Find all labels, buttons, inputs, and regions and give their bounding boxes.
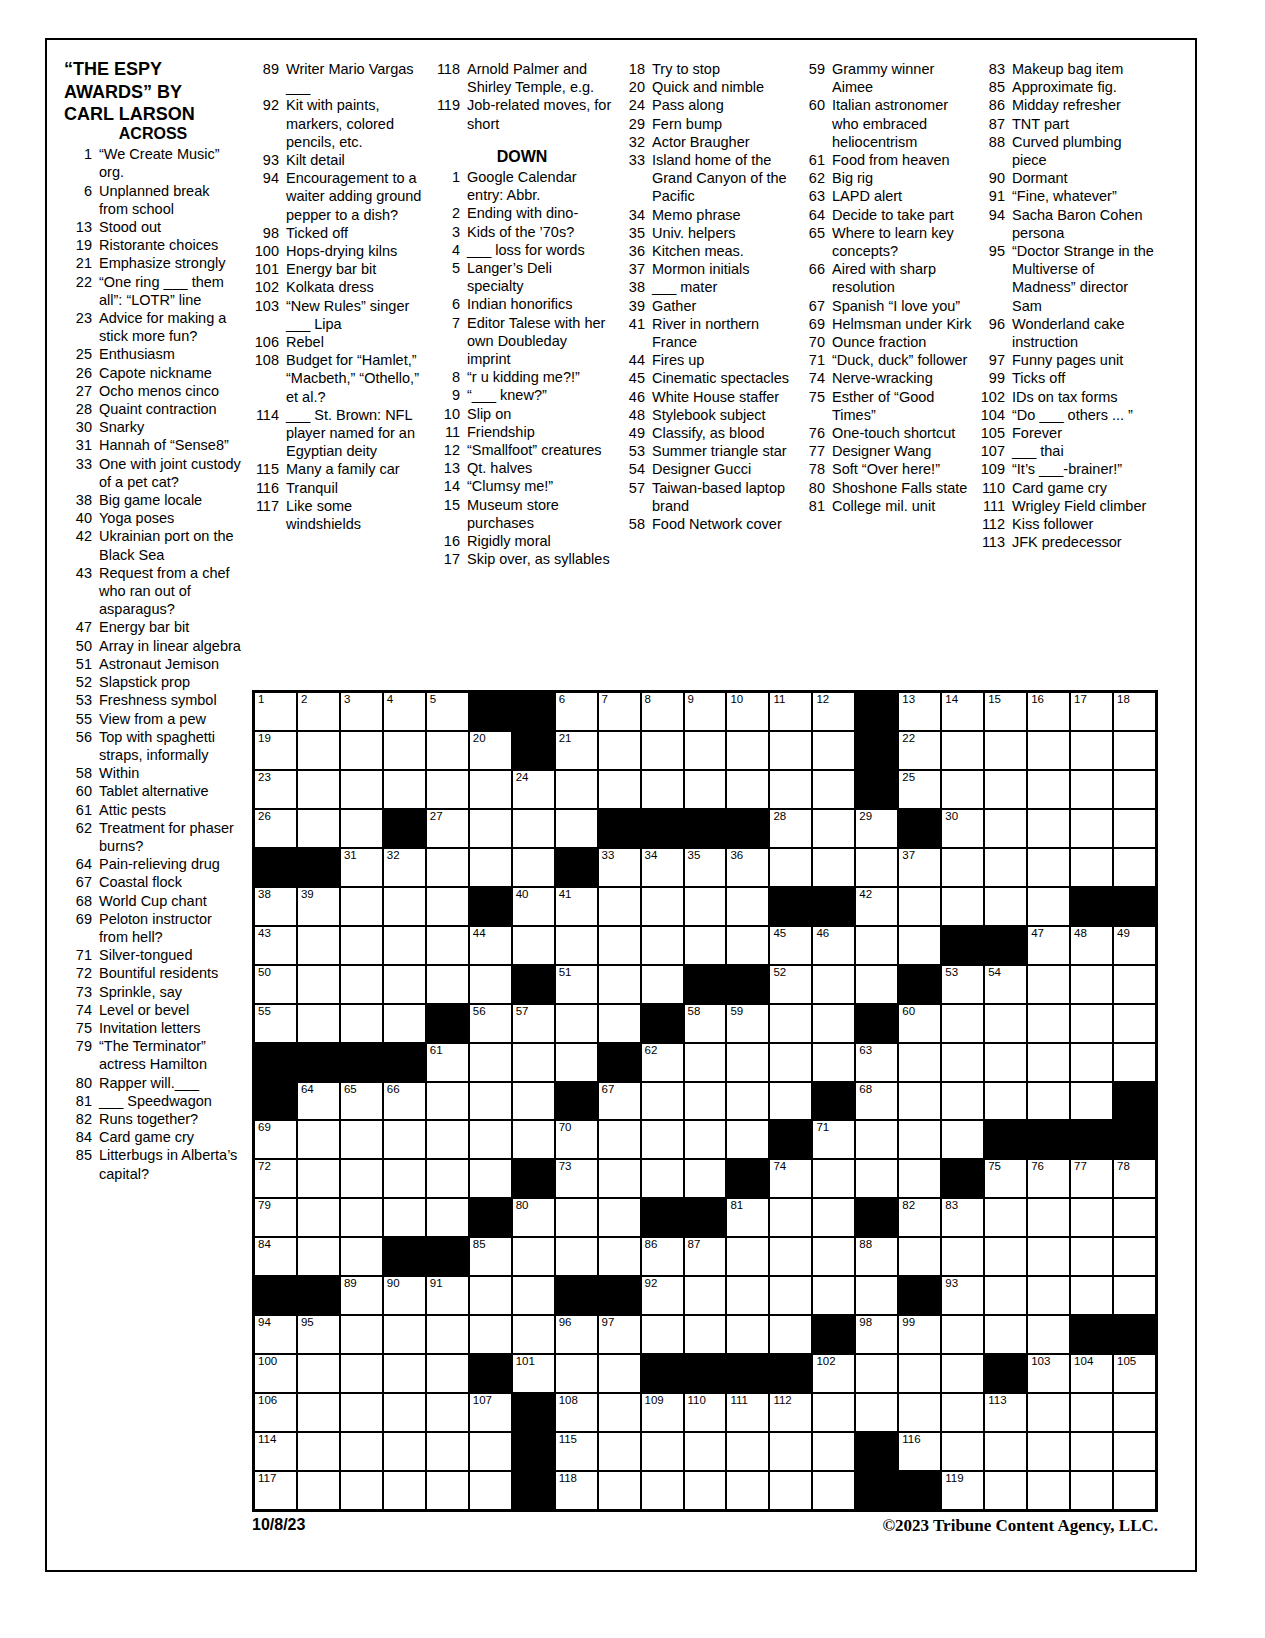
grid-cell[interactable] (813, 1394, 854, 1431)
grid-cell[interactable] (985, 849, 1026, 886)
grid-cell[interactable] (298, 1199, 339, 1236)
grid-cell[interactable]: 115 (556, 1433, 597, 1470)
grid-cell[interactable] (384, 1394, 425, 1431)
grid-cell[interactable] (642, 1160, 683, 1197)
grid-cell[interactable] (341, 771, 382, 808)
grid-cell[interactable] (1071, 1005, 1112, 1042)
grid-cell[interactable]: 84 (255, 1238, 296, 1275)
grid-cell[interactable]: 65 (341, 1083, 382, 1120)
grid-cell[interactable]: 35 (685, 849, 726, 886)
grid-cell[interactable] (727, 1316, 768, 1353)
grid-cell[interactable] (685, 1433, 726, 1470)
grid-cell[interactable] (298, 732, 339, 769)
grid-cell[interactable] (1114, 810, 1155, 847)
grid-cell[interactable] (770, 1277, 811, 1314)
grid-cell[interactable] (427, 1433, 468, 1470)
grid-cell[interactable] (1028, 966, 1069, 1003)
grid-cell[interactable]: 44 (470, 927, 511, 964)
grid-cell[interactable]: 42 (856, 888, 897, 925)
grid-cell[interactable] (942, 771, 983, 808)
grid-cell[interactable] (813, 810, 854, 847)
grid-cell[interactable] (1071, 1277, 1112, 1314)
grid-cell[interactable] (727, 1121, 768, 1158)
grid-cell[interactable] (1028, 1472, 1069, 1509)
grid-cell[interactable]: 33 (599, 849, 640, 886)
grid-cell[interactable] (642, 1121, 683, 1158)
grid-cell[interactable]: 13 (899, 693, 940, 730)
grid-cell[interactable] (899, 1083, 940, 1120)
grid-cell[interactable]: 5 (427, 693, 468, 730)
grid-cell[interactable]: 71 (813, 1121, 854, 1158)
grid-cell[interactable]: 12 (813, 693, 854, 730)
grid-cell[interactable]: 60 (899, 1005, 940, 1042)
grid-cell[interactable]: 21 (556, 732, 597, 769)
grid-cell[interactable] (1071, 1472, 1112, 1509)
grid-cell[interactable] (298, 1433, 339, 1470)
grid-cell[interactable] (727, 732, 768, 769)
grid-cell[interactable] (985, 1044, 1026, 1081)
grid-cell[interactable] (685, 1316, 726, 1353)
grid-cell[interactable] (470, 1083, 511, 1120)
grid-cell[interactable] (384, 1433, 425, 1470)
grid-cell[interactable]: 38 (255, 888, 296, 925)
grid-cell[interactable] (1071, 1238, 1112, 1275)
grid-cell[interactable] (384, 1121, 425, 1158)
grid-cell[interactable] (599, 1238, 640, 1275)
grid-cell[interactable] (298, 1238, 339, 1275)
grid-cell[interactable] (727, 888, 768, 925)
grid-cell[interactable] (1114, 1394, 1155, 1431)
grid-cell[interactable]: 101 (513, 1355, 554, 1392)
grid-cell[interactable] (813, 849, 854, 886)
grid-cell[interactable] (1028, 849, 1069, 886)
grid-cell[interactable] (685, 1472, 726, 1509)
grid-cell[interactable] (341, 732, 382, 769)
grid-cell[interactable] (556, 927, 597, 964)
grid-cell[interactable] (298, 1394, 339, 1431)
grid-cell[interactable] (685, 1044, 726, 1081)
grid-cell[interactable]: 30 (942, 810, 983, 847)
grid-cell[interactable] (599, 966, 640, 1003)
grid-cell[interactable]: 15 (985, 693, 1026, 730)
grid-cell[interactable] (942, 1005, 983, 1042)
grid-cell[interactable]: 119 (942, 1472, 983, 1509)
grid-cell[interactable]: 23 (255, 771, 296, 808)
grid-cell[interactable]: 75 (985, 1160, 1026, 1197)
grid-cell[interactable] (1071, 1044, 1112, 1081)
grid-cell[interactable]: 68 (856, 1083, 897, 1120)
grid-cell[interactable] (341, 1199, 382, 1236)
grid-cell[interactable] (427, 1472, 468, 1509)
grid-cell[interactable] (899, 1121, 940, 1158)
grid-cell[interactable] (727, 1083, 768, 1120)
grid-cell[interactable] (427, 888, 468, 925)
grid-cell[interactable] (599, 771, 640, 808)
grid-cell[interactable]: 111 (727, 1394, 768, 1431)
grid-cell[interactable]: 105 (1114, 1355, 1155, 1392)
grid-cell[interactable] (556, 1005, 597, 1042)
grid-cell[interactable]: 32 (384, 849, 425, 886)
grid-cell[interactable] (384, 1160, 425, 1197)
grid-cell[interactable] (384, 1005, 425, 1042)
grid-cell[interactable] (384, 1472, 425, 1509)
grid-cell[interactable]: 89 (341, 1277, 382, 1314)
grid-cell[interactable] (298, 1005, 339, 1042)
grid-cell[interactable]: 18 (1114, 693, 1155, 730)
grid-cell[interactable] (513, 1083, 554, 1120)
grid-cell[interactable] (470, 1160, 511, 1197)
grid-cell[interactable]: 118 (556, 1472, 597, 1509)
grid-cell[interactable] (384, 1199, 425, 1236)
grid-cell[interactable]: 51 (556, 966, 597, 1003)
grid-cell[interactable] (1071, 849, 1112, 886)
grid-cell[interactable]: 66 (384, 1083, 425, 1120)
grid-cell[interactable]: 94 (255, 1316, 296, 1353)
grid-cell[interactable]: 92 (642, 1277, 683, 1314)
grid-cell[interactable] (599, 1005, 640, 1042)
grid-cell[interactable] (985, 1083, 1026, 1120)
grid-cell[interactable]: 81 (727, 1199, 768, 1236)
grid-cell[interactable]: 90 (384, 1277, 425, 1314)
grid-cell[interactable]: 59 (727, 1005, 768, 1042)
grid-cell[interactable]: 8 (642, 693, 683, 730)
grid-cell[interactable] (1028, 1238, 1069, 1275)
grid-cell[interactable] (1028, 810, 1069, 847)
grid-cell[interactable]: 116 (899, 1433, 940, 1470)
grid-cell[interactable]: 73 (556, 1160, 597, 1197)
grid-cell[interactable] (985, 810, 1026, 847)
grid-cell[interactable] (1071, 1199, 1112, 1236)
grid-cell[interactable] (513, 1316, 554, 1353)
grid-cell[interactable] (856, 1394, 897, 1431)
grid-cell[interactable]: 112 (770, 1394, 811, 1431)
grid-cell[interactable] (942, 1433, 983, 1470)
grid-cell[interactable] (1028, 888, 1069, 925)
grid-cell[interactable]: 88 (856, 1238, 897, 1275)
grid-cell[interactable] (1028, 732, 1069, 769)
grid-cell[interactable] (341, 1238, 382, 1275)
grid-cell[interactable]: 102 (813, 1355, 854, 1392)
grid-cell[interactable] (856, 1121, 897, 1158)
grid-cell[interactable] (341, 1433, 382, 1470)
grid-cell[interactable] (813, 1199, 854, 1236)
grid-cell[interactable]: 57 (513, 1005, 554, 1042)
grid-cell[interactable] (1114, 1472, 1155, 1509)
grid-cell[interactable] (685, 927, 726, 964)
grid-cell[interactable]: 104 (1071, 1355, 1112, 1392)
grid-cell[interactable]: 69 (255, 1121, 296, 1158)
grid-cell[interactable] (513, 1277, 554, 1314)
grid-cell[interactable] (556, 771, 597, 808)
grid-cell[interactable]: 6 (556, 693, 597, 730)
grid-cell[interactable]: 77 (1071, 1160, 1112, 1197)
grid-cell[interactable]: 20 (470, 732, 511, 769)
grid-cell[interactable] (427, 1083, 468, 1120)
grid-cell[interactable] (813, 732, 854, 769)
grid-cell[interactable] (513, 1121, 554, 1158)
grid-cell[interactable] (298, 1121, 339, 1158)
grid-cell[interactable] (685, 1277, 726, 1314)
grid-cell[interactable] (727, 1472, 768, 1509)
grid-cell[interactable]: 80 (513, 1199, 554, 1236)
grid-cell[interactable]: 54 (985, 966, 1026, 1003)
grid-cell[interactable]: 47 (1028, 927, 1069, 964)
grid-cell[interactable]: 114 (255, 1433, 296, 1470)
grid-cell[interactable] (341, 1355, 382, 1392)
grid-cell[interactable]: 86 (642, 1238, 683, 1275)
grid-cell[interactable] (1114, 1044, 1155, 1081)
grid-cell[interactable] (470, 1277, 511, 1314)
grid-cell[interactable]: 17 (1071, 693, 1112, 730)
grid-cell[interactable]: 82 (899, 1199, 940, 1236)
grid-cell[interactable] (685, 1121, 726, 1158)
grid-cell[interactable] (1114, 1238, 1155, 1275)
grid-cell[interactable] (384, 732, 425, 769)
grid-cell[interactable] (813, 1277, 854, 1314)
grid-cell[interactable] (384, 966, 425, 1003)
grid-cell[interactable]: 58 (685, 1005, 726, 1042)
grid-cell[interactable] (599, 1121, 640, 1158)
grid-cell[interactable] (599, 888, 640, 925)
grid-cell[interactable]: 50 (255, 966, 296, 1003)
grid-cell[interactable] (341, 888, 382, 925)
grid-cell[interactable] (427, 1199, 468, 1236)
grid-cell[interactable] (770, 771, 811, 808)
grid-cell[interactable] (685, 1083, 726, 1120)
grid-cell[interactable] (770, 849, 811, 886)
grid-cell[interactable] (899, 1044, 940, 1081)
grid-cell[interactable]: 108 (556, 1394, 597, 1431)
grid-cell[interactable]: 48 (1071, 927, 1112, 964)
grid-cell[interactable] (942, 732, 983, 769)
grid-cell[interactable] (513, 1044, 554, 1081)
grid-cell[interactable] (985, 732, 1026, 769)
grid-cell[interactable] (899, 1355, 940, 1392)
grid-cell[interactable]: 45 (770, 927, 811, 964)
grid-cell[interactable]: 14 (942, 693, 983, 730)
grid-cell[interactable]: 78 (1114, 1160, 1155, 1197)
grid-cell[interactable] (1028, 771, 1069, 808)
grid-cell[interactable] (856, 1355, 897, 1392)
grid-cell[interactable] (341, 1394, 382, 1431)
grid-cell[interactable]: 67 (599, 1083, 640, 1120)
grid-cell[interactable] (942, 1316, 983, 1353)
grid-cell[interactable]: 7 (599, 693, 640, 730)
grid-cell[interactable] (813, 966, 854, 1003)
grid-cell[interactable] (856, 966, 897, 1003)
grid-cell[interactable] (899, 888, 940, 925)
grid-cell[interactable] (470, 849, 511, 886)
grid-cell[interactable] (384, 927, 425, 964)
grid-cell[interactable] (942, 1355, 983, 1392)
grid-cell[interactable]: 16 (1028, 693, 1069, 730)
grid-cell[interactable] (1071, 810, 1112, 847)
grid-cell[interactable] (470, 1121, 511, 1158)
grid-cell[interactable]: 110 (685, 1394, 726, 1431)
grid-cell[interactable]: 34 (642, 849, 683, 886)
grid-cell[interactable] (685, 732, 726, 769)
grid-cell[interactable] (427, 1160, 468, 1197)
grid-cell[interactable]: 25 (899, 771, 940, 808)
grid-cell[interactable] (384, 1316, 425, 1353)
grid-cell[interactable]: 49 (1114, 927, 1155, 964)
grid-cell[interactable]: 109 (642, 1394, 683, 1431)
grid-cell[interactable] (1028, 1433, 1069, 1470)
grid-cell[interactable] (727, 1277, 768, 1314)
grid-cell[interactable] (856, 849, 897, 886)
grid-cell[interactable] (985, 771, 1026, 808)
grid-cell[interactable]: 43 (255, 927, 296, 964)
grid-cell[interactable]: 2 (298, 693, 339, 730)
grid-cell[interactable] (427, 849, 468, 886)
grid-cell[interactable]: 28 (770, 810, 811, 847)
grid-cell[interactable] (599, 1472, 640, 1509)
grid-cell[interactable] (813, 1472, 854, 1509)
grid-cell[interactable]: 74 (770, 1160, 811, 1197)
grid-cell[interactable]: 63 (856, 1044, 897, 1081)
grid-cell[interactable] (985, 1316, 1026, 1353)
grid-cell[interactable]: 85 (470, 1238, 511, 1275)
grid-cell[interactable] (856, 1277, 897, 1314)
grid-cell[interactable] (1114, 1433, 1155, 1470)
grid-cell[interactable] (470, 771, 511, 808)
grid-cell[interactable] (1071, 1394, 1112, 1431)
grid-cell[interactable] (770, 1472, 811, 1509)
grid-cell[interactable]: 62 (642, 1044, 683, 1081)
grid-cell[interactable] (298, 1472, 339, 1509)
grid-cell[interactable] (813, 1238, 854, 1275)
grid-cell[interactable]: 26 (255, 810, 296, 847)
grid-cell[interactable] (985, 1199, 1026, 1236)
grid-cell[interactable] (341, 1005, 382, 1042)
grid-cell[interactable] (1028, 1316, 1069, 1353)
grid-cell[interactable]: 99 (899, 1316, 940, 1353)
grid-cell[interactable]: 39 (298, 888, 339, 925)
grid-cell[interactable] (341, 810, 382, 847)
grid-cell[interactable] (470, 1316, 511, 1353)
grid-cell[interactable]: 9 (685, 693, 726, 730)
grid-cell[interactable]: 46 (813, 927, 854, 964)
grid-cell[interactable] (341, 1316, 382, 1353)
grid-cell[interactable] (1114, 1199, 1155, 1236)
grid-cell[interactable] (298, 1160, 339, 1197)
grid-cell[interactable]: 29 (856, 810, 897, 847)
grid-cell[interactable] (813, 1433, 854, 1470)
grid-cell[interactable] (985, 888, 1026, 925)
grid-cell[interactable] (470, 1472, 511, 1509)
grid-cell[interactable] (599, 927, 640, 964)
grid-cell[interactable] (727, 771, 768, 808)
grid-cell[interactable] (470, 1433, 511, 1470)
grid-cell[interactable] (298, 927, 339, 964)
grid-cell[interactable]: 1 (255, 693, 296, 730)
grid-cell[interactable] (985, 1238, 1026, 1275)
grid-cell[interactable]: 91 (427, 1277, 468, 1314)
grid-cell[interactable] (642, 927, 683, 964)
grid-cell[interactable]: 22 (899, 732, 940, 769)
grid-cell[interactable] (942, 888, 983, 925)
grid-cell[interactable]: 79 (255, 1199, 296, 1236)
grid-cell[interactable]: 53 (942, 966, 983, 1003)
grid-cell[interactable] (470, 966, 511, 1003)
grid-cell[interactable] (899, 1160, 940, 1197)
grid-cell[interactable] (427, 1316, 468, 1353)
grid-cell[interactable]: 70 (556, 1121, 597, 1158)
grid-cell[interactable] (384, 1355, 425, 1392)
grid-cell[interactable] (942, 1238, 983, 1275)
grid-cell[interactable] (1114, 1277, 1155, 1314)
grid-cell[interactable] (642, 771, 683, 808)
grid-cell[interactable] (1028, 1199, 1069, 1236)
grid-cell[interactable]: 100 (255, 1355, 296, 1392)
grid-cell[interactable]: 31 (341, 849, 382, 886)
grid-cell[interactable] (599, 732, 640, 769)
grid-cell[interactable] (1114, 966, 1155, 1003)
grid-cell[interactable] (1071, 966, 1112, 1003)
grid-cell[interactable] (899, 1394, 940, 1431)
grid-cell[interactable] (770, 1238, 811, 1275)
grid-cell[interactable] (856, 927, 897, 964)
grid-cell[interactable] (1114, 771, 1155, 808)
grid-cell[interactable] (384, 771, 425, 808)
grid-cell[interactable] (899, 927, 940, 964)
grid-cell[interactable] (427, 771, 468, 808)
grid-cell[interactable] (384, 888, 425, 925)
grid-cell[interactable] (1114, 732, 1155, 769)
grid-cell[interactable] (1071, 732, 1112, 769)
grid-cell[interactable]: 40 (513, 888, 554, 925)
grid-cell[interactable] (813, 1044, 854, 1081)
grid-cell[interactable]: 117 (255, 1472, 296, 1509)
grid-cell[interactable]: 55 (255, 1005, 296, 1042)
grid-cell[interactable]: 36 (727, 849, 768, 886)
grid-cell[interactable] (341, 1160, 382, 1197)
grid-cell[interactable] (642, 888, 683, 925)
grid-cell[interactable] (642, 1472, 683, 1509)
grid-cell[interactable]: 41 (556, 888, 597, 925)
grid-cell[interactable] (770, 1199, 811, 1236)
grid-cell[interactable]: 52 (770, 966, 811, 1003)
grid-cell[interactable]: 11 (770, 693, 811, 730)
grid-cell[interactable]: 10 (727, 693, 768, 730)
grid-cell[interactable]: 24 (513, 771, 554, 808)
grid-cell[interactable] (942, 1121, 983, 1158)
grid-cell[interactable] (1028, 1005, 1069, 1042)
grid-cell[interactable] (642, 1083, 683, 1120)
grid-cell[interactable] (1114, 1005, 1155, 1042)
grid-cell[interactable]: 4 (384, 693, 425, 730)
grid-cell[interactable] (556, 1199, 597, 1236)
grid-cell[interactable] (427, 927, 468, 964)
grid-cell[interactable] (985, 1277, 1026, 1314)
grid-cell[interactable]: 83 (942, 1199, 983, 1236)
grid-cell[interactable] (599, 1355, 640, 1392)
grid-cell[interactable] (341, 1472, 382, 1509)
grid-cell[interactable] (599, 1199, 640, 1236)
grid-cell[interactable] (513, 1238, 554, 1275)
grid-cell[interactable] (1071, 771, 1112, 808)
grid-cell[interactable] (298, 966, 339, 1003)
grid-cell[interactable]: 98 (856, 1316, 897, 1353)
grid-cell[interactable] (813, 771, 854, 808)
grid-cell[interactable] (513, 927, 554, 964)
grid-cell[interactable] (599, 1394, 640, 1431)
grid-cell[interactable] (556, 1044, 597, 1081)
grid-cell[interactable] (427, 966, 468, 1003)
grid-cell[interactable] (642, 1316, 683, 1353)
grid-cell[interactable] (770, 1433, 811, 1470)
grid-cell[interactable]: 76 (1028, 1160, 1069, 1197)
